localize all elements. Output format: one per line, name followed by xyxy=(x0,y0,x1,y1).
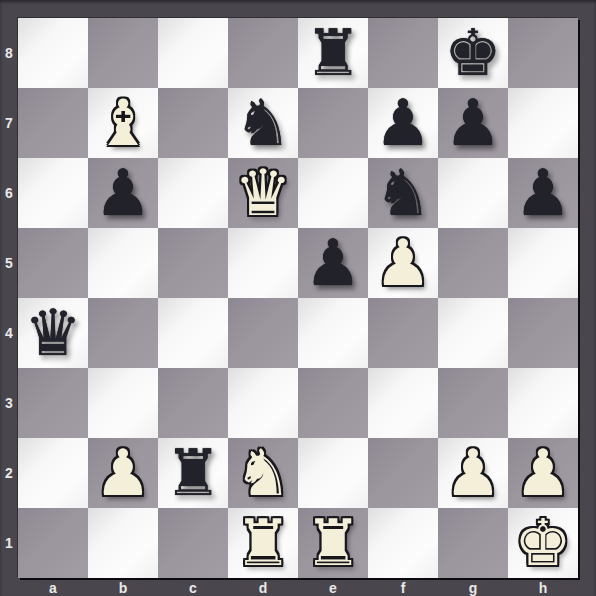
square-a7[interactable] xyxy=(18,88,88,158)
square-d2[interactable]: ♞ xyxy=(228,438,298,508)
square-d5[interactable] xyxy=(228,228,298,298)
file-label-b: b xyxy=(88,578,158,596)
black-queen[interactable]: ♛ xyxy=(24,298,81,368)
square-e6[interactable] xyxy=(298,158,368,228)
square-d7[interactable]: ♞ xyxy=(228,88,298,158)
rank-label-6: 6 xyxy=(0,158,18,228)
square-b6[interactable]: ♟ xyxy=(88,158,158,228)
board: ♜♚♝♞♟♟♟♛♞♟♟♟♛♟♜♞♟♟♜♜♚ xyxy=(18,18,578,578)
square-g7[interactable]: ♟ xyxy=(438,88,508,158)
square-d8[interactable] xyxy=(228,18,298,88)
square-g6[interactable] xyxy=(438,158,508,228)
square-h3[interactable] xyxy=(508,368,578,438)
rank-label-1: 1 xyxy=(0,508,18,578)
square-b7[interactable]: ♝ xyxy=(88,88,158,158)
chess-diagram-frame: 87654321 ♜♚♝♞♟♟♟♛♞♟♟♟♛♟♜♞♟♟♜♜♚ abcdefgh xyxy=(0,0,596,596)
square-h2[interactable]: ♟ xyxy=(508,438,578,508)
black-rook[interactable]: ♜ xyxy=(164,438,221,508)
black-pawn[interactable]: ♟ xyxy=(374,88,431,158)
square-d6[interactable]: ♛ xyxy=(228,158,298,228)
square-f1[interactable] xyxy=(368,508,438,578)
square-a1[interactable] xyxy=(18,508,88,578)
square-h5[interactable] xyxy=(508,228,578,298)
square-e5[interactable]: ♟ xyxy=(298,228,368,298)
file-label-a: a xyxy=(18,578,88,596)
square-b4[interactable] xyxy=(88,298,158,368)
square-b5[interactable] xyxy=(88,228,158,298)
rank-label-4: 4 xyxy=(0,298,18,368)
white-queen[interactable]: ♛ xyxy=(234,158,291,228)
file-label-e: e xyxy=(298,578,368,596)
black-pawn[interactable]: ♟ xyxy=(304,228,361,298)
square-e3[interactable] xyxy=(298,368,368,438)
square-e7[interactable] xyxy=(298,88,368,158)
black-pawn[interactable]: ♟ xyxy=(94,158,151,228)
black-rook[interactable]: ♜ xyxy=(304,18,361,88)
square-b2[interactable]: ♟ xyxy=(88,438,158,508)
white-pawn[interactable]: ♟ xyxy=(374,228,431,298)
square-c6[interactable] xyxy=(158,158,228,228)
square-a6[interactable] xyxy=(18,158,88,228)
square-c1[interactable] xyxy=(158,508,228,578)
square-e4[interactable] xyxy=(298,298,368,368)
black-pawn[interactable]: ♟ xyxy=(444,88,501,158)
square-e1[interactable]: ♜ xyxy=(298,508,368,578)
square-g3[interactable] xyxy=(438,368,508,438)
black-king[interactable]: ♚ xyxy=(444,18,501,88)
file-label-f: f xyxy=(368,578,438,596)
square-b1[interactable] xyxy=(88,508,158,578)
square-h7[interactable] xyxy=(508,88,578,158)
square-f5[interactable]: ♟ xyxy=(368,228,438,298)
rank-label-3: 3 xyxy=(0,368,18,438)
square-b8[interactable] xyxy=(88,18,158,88)
square-c8[interactable] xyxy=(158,18,228,88)
white-pawn[interactable]: ♟ xyxy=(444,438,501,508)
black-knight[interactable]: ♞ xyxy=(234,88,291,158)
white-bishop[interactable]: ♝ xyxy=(94,88,151,158)
square-f3[interactable] xyxy=(368,368,438,438)
black-pawn[interactable]: ♟ xyxy=(514,158,571,228)
square-f2[interactable] xyxy=(368,438,438,508)
square-h8[interactable] xyxy=(508,18,578,88)
file-label-d: d xyxy=(228,578,298,596)
file-label-g: g xyxy=(438,578,508,596)
square-f7[interactable]: ♟ xyxy=(368,88,438,158)
square-a5[interactable] xyxy=(18,228,88,298)
square-e2[interactable] xyxy=(298,438,368,508)
square-f6[interactable]: ♞ xyxy=(368,158,438,228)
square-c4[interactable] xyxy=(158,298,228,368)
file-label-h: h xyxy=(508,578,578,596)
square-d4[interactable] xyxy=(228,298,298,368)
square-g5[interactable] xyxy=(438,228,508,298)
square-c3[interactable] xyxy=(158,368,228,438)
white-pawn[interactable]: ♟ xyxy=(94,438,151,508)
white-rook[interactable]: ♜ xyxy=(234,508,291,578)
square-a8[interactable] xyxy=(18,18,88,88)
square-h6[interactable]: ♟ xyxy=(508,158,578,228)
square-a3[interactable] xyxy=(18,368,88,438)
white-king[interactable]: ♚ xyxy=(514,508,571,578)
square-c7[interactable] xyxy=(158,88,228,158)
square-a2[interactable] xyxy=(18,438,88,508)
square-c2[interactable]: ♜ xyxy=(158,438,228,508)
square-b3[interactable] xyxy=(88,368,158,438)
square-g1[interactable] xyxy=(438,508,508,578)
square-h1[interactable]: ♚ xyxy=(508,508,578,578)
white-pawn[interactable]: ♟ xyxy=(514,438,571,508)
square-d1[interactable]: ♜ xyxy=(228,508,298,578)
rank-label-7: 7 xyxy=(0,88,18,158)
black-knight[interactable]: ♞ xyxy=(374,158,431,228)
rank-label-2: 2 xyxy=(0,438,18,508)
square-h4[interactable] xyxy=(508,298,578,368)
square-g2[interactable]: ♟ xyxy=(438,438,508,508)
square-e8[interactable]: ♜ xyxy=(298,18,368,88)
file-labels: abcdefgh xyxy=(18,578,578,596)
rank-label-8: 8 xyxy=(0,18,18,88)
square-d3[interactable] xyxy=(228,368,298,438)
square-c5[interactable] xyxy=(158,228,228,298)
white-knight[interactable]: ♞ xyxy=(234,438,291,508)
rank-label-5: 5 xyxy=(0,228,18,298)
rank-labels: 87654321 xyxy=(0,18,18,578)
square-g8[interactable]: ♚ xyxy=(438,18,508,88)
file-label-c: c xyxy=(158,578,228,596)
square-a4[interactable]: ♛ xyxy=(18,298,88,368)
square-f4[interactable] xyxy=(368,298,438,368)
square-f8[interactable] xyxy=(368,18,438,88)
square-g4[interactable] xyxy=(438,298,508,368)
white-rook[interactable]: ♜ xyxy=(304,508,361,578)
